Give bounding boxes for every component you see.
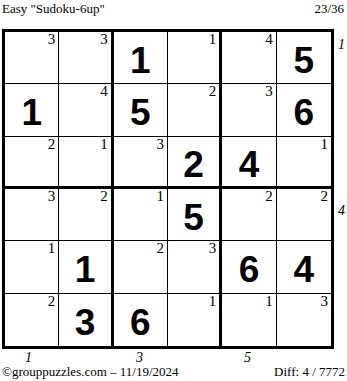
footer-difficulty: Diff: 4 / 7772 [274, 364, 345, 380]
pencil-mark: 2 [48, 294, 56, 310]
cell-r6c3[interactable]: 6 [114, 294, 168, 346]
cell-r1c3[interactable]: 1 [114, 32, 168, 84]
footer: ©grouppuzzles.com – 11/19/2024 Diff: 4 /… [0, 364, 347, 380]
cell-r1c1[interactable]: 3 [5, 32, 59, 84]
cell-r2c5[interactable]: 3 [222, 84, 276, 136]
pencil-mark: 2 [156, 241, 164, 257]
cell-r6c6[interactable]: 3 [277, 294, 331, 346]
pencil-mark: 3 [156, 137, 164, 153]
cell-r3c4[interactable]: 2 [168, 137, 222, 189]
cell-value: 3 [75, 298, 96, 341]
cell-r1c4[interactable]: 1 [168, 32, 222, 84]
cell-r1c2[interactable]: 3 [59, 32, 113, 84]
cell-r6c4[interactable]: 1 [168, 294, 222, 346]
cell-r5c3[interactable]: 2 [114, 241, 168, 293]
row-label-4: 4 [338, 203, 345, 219]
cell-value: 2 [183, 140, 204, 183]
cell-r2c6[interactable]: 6 [277, 84, 331, 136]
pencil-mark: 1 [100, 137, 108, 153]
pencil-mark: 2 [320, 189, 328, 205]
cell-r6c1[interactable]: 2 [5, 294, 59, 346]
cell-r2c4[interactable]: 2 [168, 84, 222, 136]
pencil-mark: 3 [100, 32, 108, 48]
cell-r2c1[interactable]: 1 [5, 84, 59, 136]
cell-r2c2[interactable]: 4 [59, 84, 113, 136]
row-label-1: 1 [338, 37, 345, 53]
pencil-mark: 3 [265, 84, 273, 100]
pencil-mark: 2 [265, 189, 273, 205]
cell-r3c5[interactable]: 4 [222, 137, 276, 189]
pencil-mark: 1 [209, 294, 217, 310]
pencil-mark: 2 [209, 84, 217, 100]
cell-r3c6[interactable]: 1 [277, 137, 331, 189]
cell-r3c1[interactable]: 2 [5, 137, 59, 189]
pencil-mark: 1 [48, 241, 56, 257]
pencil-mark: 1 [209, 32, 217, 48]
cell-value: 1 [130, 36, 151, 79]
cell-value: 5 [130, 88, 151, 131]
cell-r4c5[interactable]: 2 [222, 189, 276, 241]
pencil-mark: 4 [265, 32, 273, 48]
cell-r4c3[interactable]: 1 [114, 189, 168, 241]
cell-value: 1 [75, 245, 96, 288]
cell-r4c6[interactable]: 2 [277, 189, 331, 241]
cell-value: 4 [239, 140, 260, 183]
footer-copyright: ©grouppuzzles.com – 11/19/2024 [2, 364, 179, 380]
pencil-mark: 2 [100, 189, 108, 205]
cell-r2c3[interactable]: 5 [114, 84, 168, 136]
pencil-mark: 1 [320, 137, 328, 153]
pencil-mark: 3 [209, 241, 217, 257]
pencil-mark: 4 [100, 84, 108, 100]
cell-r6c2[interactable]: 3 [59, 294, 113, 346]
cell-value: 6 [294, 88, 315, 131]
cell-r5c4[interactable]: 3 [168, 241, 222, 293]
cell-value: 5 [183, 193, 204, 236]
cell-r4c4[interactable]: 5 [168, 189, 222, 241]
cell-r5c5[interactable]: 6 [222, 241, 276, 293]
cell-r3c2[interactable]: 1 [59, 137, 113, 189]
cell-r4c2[interactable]: 2 [59, 189, 113, 241]
pencil-mark: 3 [48, 189, 56, 205]
puzzle-counter: 23/36 [314, 1, 344, 17]
cell-value: 1 [21, 88, 42, 131]
cell-r4c1[interactable]: 3 [5, 189, 59, 241]
sudoku-page: Easy "Sudoku-6up" 23/36 3311451452362132… [0, 0, 347, 381]
pencil-mark: 1 [156, 189, 164, 205]
cell-r5c2[interactable]: 1 [59, 241, 113, 293]
cell-r1c5[interactable]: 4 [222, 32, 276, 84]
sudoku-grid: 331145145236213241321522112364236113 [2, 29, 334, 349]
page-title: Easy "Sudoku-6up" [2, 1, 105, 17]
cell-value: 4 [294, 245, 315, 288]
cell-value: 6 [130, 298, 151, 341]
pencil-mark: 1 [265, 294, 273, 310]
cell-r3c3[interactable]: 3 [114, 137, 168, 189]
cell-r1c6[interactable]: 5 [277, 32, 331, 84]
pencil-mark: 3 [48, 32, 56, 48]
cell-r6c5[interactable]: 1 [222, 294, 276, 346]
cell-r5c6[interactable]: 4 [277, 241, 331, 293]
pencil-mark: 2 [48, 137, 56, 153]
pencil-mark: 3 [320, 294, 328, 310]
cell-value: 6 [239, 245, 260, 288]
cell-r5c1[interactable]: 1 [5, 241, 59, 293]
cell-value: 5 [294, 36, 315, 79]
